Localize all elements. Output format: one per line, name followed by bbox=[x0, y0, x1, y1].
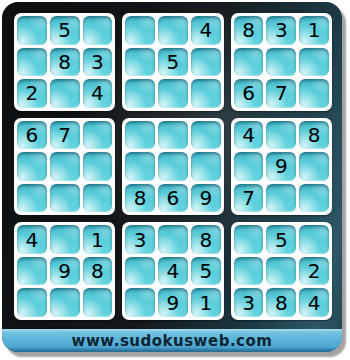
footer-bar: www.sudokusweb.com bbox=[2, 329, 342, 352]
cell-r7c4[interactable]: 3 bbox=[125, 225, 155, 254]
cell-r3c6[interactable] bbox=[191, 79, 221, 108]
box-8: 384591 bbox=[122, 222, 223, 320]
box-3: 83167 bbox=[231, 13, 332, 111]
cell-r8c5[interactable]: 4 bbox=[158, 257, 188, 286]
cell-r6c1[interactable] bbox=[17, 184, 47, 213]
box-2: 45 bbox=[122, 13, 223, 111]
cell-r3c8[interactable]: 7 bbox=[266, 79, 296, 108]
cell-r5c5[interactable] bbox=[158, 152, 188, 181]
cell-r1c3[interactable] bbox=[83, 16, 113, 45]
cell-r6c5[interactable]: 6 bbox=[158, 184, 188, 213]
cell-r2c3[interactable]: 3 bbox=[83, 48, 113, 77]
cell-r1c5[interactable] bbox=[158, 16, 188, 45]
cell-r8c9[interactable]: 2 bbox=[299, 257, 329, 286]
cell-r9c5[interactable]: 9 bbox=[158, 288, 188, 317]
cell-r3c7[interactable]: 6 bbox=[234, 79, 264, 108]
cell-r3c5[interactable] bbox=[158, 79, 188, 108]
cell-r1c1[interactable] bbox=[17, 16, 47, 45]
cell-r8c2[interactable]: 9 bbox=[50, 257, 80, 286]
cell-r9c3[interactable] bbox=[83, 288, 113, 317]
sudoku-window: 583244583167678694897419838459152384 www… bbox=[2, 2, 342, 352]
cell-r4c6[interactable] bbox=[191, 121, 221, 150]
cell-r6c6[interactable]: 9 bbox=[191, 184, 221, 213]
cell-r9c1[interactable] bbox=[17, 288, 47, 317]
sudoku-board: 583244583167678694897419838459152384 bbox=[2, 2, 342, 329]
cell-r9c8[interactable]: 8 bbox=[266, 288, 296, 317]
cell-r7c8[interactable]: 5 bbox=[266, 225, 296, 254]
cell-r7c7[interactable] bbox=[234, 225, 264, 254]
cell-r4c4[interactable] bbox=[125, 121, 155, 150]
cell-r8c7[interactable] bbox=[234, 257, 264, 286]
cell-r7c2[interactable] bbox=[50, 225, 80, 254]
site-link[interactable]: www.sudokusweb.com bbox=[72, 332, 273, 350]
cell-r9c2[interactable] bbox=[50, 288, 80, 317]
cell-r2c6[interactable] bbox=[191, 48, 221, 77]
cell-r8c3[interactable]: 8 bbox=[83, 257, 113, 286]
cell-r5c7[interactable] bbox=[234, 152, 264, 181]
cell-r3c9[interactable] bbox=[299, 79, 329, 108]
cell-r2c2[interactable]: 8 bbox=[50, 48, 80, 77]
cell-r5c3[interactable] bbox=[83, 152, 113, 181]
cell-r6c4[interactable]: 8 bbox=[125, 184, 155, 213]
cell-r9c6[interactable]: 1 bbox=[191, 288, 221, 317]
cell-r4c9[interactable]: 8 bbox=[299, 121, 329, 150]
cell-r6c2[interactable] bbox=[50, 184, 80, 213]
cell-r6c9[interactable] bbox=[299, 184, 329, 213]
cell-r5c2[interactable] bbox=[50, 152, 80, 181]
cell-r2c9[interactable] bbox=[299, 48, 329, 77]
cell-r4c8[interactable] bbox=[266, 121, 296, 150]
cell-r6c3[interactable] bbox=[83, 184, 113, 213]
cell-r1c6[interactable]: 4 bbox=[191, 16, 221, 45]
box-7: 4198 bbox=[14, 222, 115, 320]
cell-r1c2[interactable]: 5 bbox=[50, 16, 80, 45]
box-1: 58324 bbox=[14, 13, 115, 111]
cell-r3c2[interactable] bbox=[50, 79, 80, 108]
cell-r6c8[interactable] bbox=[266, 184, 296, 213]
cell-r5c6[interactable] bbox=[191, 152, 221, 181]
cell-r8c1[interactable] bbox=[17, 257, 47, 286]
cell-r9c9[interactable]: 4 bbox=[299, 288, 329, 317]
box-4: 67 bbox=[14, 118, 115, 216]
cell-r3c3[interactable]: 4 bbox=[83, 79, 113, 108]
cell-r8c6[interactable]: 5 bbox=[191, 257, 221, 286]
cell-r2c4[interactable] bbox=[125, 48, 155, 77]
cell-r9c7[interactable]: 3 bbox=[234, 288, 264, 317]
cell-r5c4[interactable] bbox=[125, 152, 155, 181]
cell-r4c7[interactable]: 4 bbox=[234, 121, 264, 150]
cell-r4c3[interactable] bbox=[83, 121, 113, 150]
cell-r7c5[interactable] bbox=[158, 225, 188, 254]
cell-r4c1[interactable]: 6 bbox=[17, 121, 47, 150]
cell-r2c8[interactable] bbox=[266, 48, 296, 77]
cell-r2c1[interactable] bbox=[17, 48, 47, 77]
cell-r5c8[interactable]: 9 bbox=[266, 152, 296, 181]
box-5: 869 bbox=[122, 118, 223, 216]
cell-r7c9[interactable] bbox=[299, 225, 329, 254]
cell-r3c4[interactable] bbox=[125, 79, 155, 108]
cell-r5c9[interactable] bbox=[299, 152, 329, 181]
cell-r2c7[interactable] bbox=[234, 48, 264, 77]
cell-r4c5[interactable] bbox=[158, 121, 188, 150]
cell-r8c4[interactable] bbox=[125, 257, 155, 286]
cell-r7c3[interactable]: 1 bbox=[83, 225, 113, 254]
cell-r8c8[interactable] bbox=[266, 257, 296, 286]
cell-r3c1[interactable]: 2 bbox=[17, 79, 47, 108]
cell-r7c1[interactable]: 4 bbox=[17, 225, 47, 254]
cell-r9c4[interactable] bbox=[125, 288, 155, 317]
cell-r1c9[interactable]: 1 bbox=[299, 16, 329, 45]
cell-r1c8[interactable]: 3 bbox=[266, 16, 296, 45]
cell-r2c5[interactable]: 5 bbox=[158, 48, 188, 77]
cell-r6c7[interactable]: 7 bbox=[234, 184, 264, 213]
cell-r5c1[interactable] bbox=[17, 152, 47, 181]
cell-r7c6[interactable]: 8 bbox=[191, 225, 221, 254]
box-9: 52384 bbox=[231, 222, 332, 320]
cell-r4c2[interactable]: 7 bbox=[50, 121, 80, 150]
cell-r1c7[interactable]: 8 bbox=[234, 16, 264, 45]
cell-r1c4[interactable] bbox=[125, 16, 155, 45]
box-6: 4897 bbox=[231, 118, 332, 216]
